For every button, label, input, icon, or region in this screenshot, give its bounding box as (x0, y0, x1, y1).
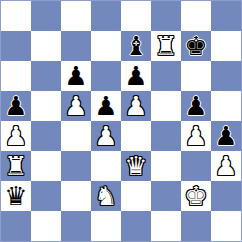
square-f3[interactable] (151, 151, 181, 181)
square-e1[interactable] (121, 211, 151, 241)
square-b5[interactable] (31, 91, 61, 121)
square-b8[interactable] (31, 1, 61, 31)
square-a3[interactable]: ♜ (1, 151, 31, 181)
square-h4[interactable]: ♟ (211, 121, 241, 151)
square-h7[interactable] (211, 31, 241, 61)
white-king: ♚ (184, 181, 207, 211)
square-b6[interactable] (31, 61, 61, 91)
square-g6[interactable] (181, 61, 211, 91)
square-d4[interactable]: ♟ (91, 121, 121, 151)
white-queen: ♛ (124, 151, 147, 181)
square-g2[interactable]: ♚ (181, 181, 211, 211)
square-a6[interactable] (1, 61, 31, 91)
white-pawn: ♟ (4, 121, 27, 151)
chess-board: ♝♜♚♟♟♟♟♟♟♟♟♟♟♟♜♛♟♛♞♚ (0, 0, 242, 242)
square-d2[interactable]: ♞ (91, 181, 121, 211)
square-g7[interactable]: ♚ (181, 31, 211, 61)
square-c2[interactable] (61, 181, 91, 211)
square-c6[interactable]: ♟ (61, 61, 91, 91)
white-rook: ♜ (4, 151, 27, 181)
square-b1[interactable] (31, 211, 61, 241)
black-pawn: ♟ (124, 61, 147, 91)
black-queen: ♛ (4, 181, 27, 211)
black-pawn: ♟ (184, 91, 207, 121)
square-d8[interactable] (91, 1, 121, 31)
square-f5[interactable] (151, 91, 181, 121)
square-b7[interactable] (31, 31, 61, 61)
black-pawn: ♟ (94, 91, 117, 121)
black-pawn: ♟ (64, 61, 87, 91)
square-f1[interactable] (151, 211, 181, 241)
square-a5[interactable]: ♟ (1, 91, 31, 121)
square-d5[interactable]: ♟ (91, 91, 121, 121)
square-e7[interactable]: ♝ (121, 31, 151, 61)
square-c3[interactable] (61, 151, 91, 181)
square-d6[interactable] (91, 61, 121, 91)
square-h8[interactable] (211, 1, 241, 31)
square-d7[interactable] (91, 31, 121, 61)
square-c1[interactable] (61, 211, 91, 241)
white-pawn: ♟ (184, 121, 207, 151)
square-g5[interactable]: ♟ (181, 91, 211, 121)
square-f6[interactable] (151, 61, 181, 91)
white-pawn: ♟ (94, 121, 117, 151)
square-b3[interactable] (31, 151, 61, 181)
square-f8[interactable] (151, 1, 181, 31)
black-king: ♚ (184, 31, 207, 61)
square-g8[interactable] (181, 1, 211, 31)
square-d1[interactable] (91, 211, 121, 241)
white-pawn: ♟ (64, 91, 87, 121)
square-g3[interactable] (181, 151, 211, 181)
square-e8[interactable] (121, 1, 151, 31)
square-c4[interactable] (61, 121, 91, 151)
square-a2[interactable]: ♛ (1, 181, 31, 211)
square-h6[interactable] (211, 61, 241, 91)
square-a8[interactable] (1, 1, 31, 31)
square-c5[interactable]: ♟ (61, 91, 91, 121)
square-e4[interactable] (121, 121, 151, 151)
black-pawn: ♟ (4, 91, 27, 121)
black-bishop: ♝ (124, 31, 147, 61)
black-pawn: ♟ (214, 121, 237, 151)
square-f7[interactable]: ♜ (151, 31, 181, 61)
white-pawn: ♟ (124, 91, 147, 121)
square-f2[interactable] (151, 181, 181, 211)
square-e3[interactable]: ♛ (121, 151, 151, 181)
white-knight: ♞ (94, 181, 117, 211)
square-a4[interactable]: ♟ (1, 121, 31, 151)
square-d3[interactable] (91, 151, 121, 181)
white-pawn: ♟ (214, 151, 237, 181)
square-f4[interactable] (151, 121, 181, 151)
square-h2[interactable] (211, 181, 241, 211)
square-g1[interactable] (181, 211, 211, 241)
square-h3[interactable]: ♟ (211, 151, 241, 181)
square-e2[interactable] (121, 181, 151, 211)
square-h5[interactable] (211, 91, 241, 121)
square-h1[interactable] (211, 211, 241, 241)
square-c8[interactable] (61, 1, 91, 31)
square-b4[interactable] (31, 121, 61, 151)
square-b2[interactable] (31, 181, 61, 211)
square-e6[interactable]: ♟ (121, 61, 151, 91)
square-a7[interactable] (1, 31, 31, 61)
square-e5[interactable]: ♟ (121, 91, 151, 121)
square-c7[interactable] (61, 31, 91, 61)
white-rook: ♜ (154, 31, 177, 61)
square-g4[interactable]: ♟ (181, 121, 211, 151)
square-a1[interactable] (1, 211, 31, 241)
